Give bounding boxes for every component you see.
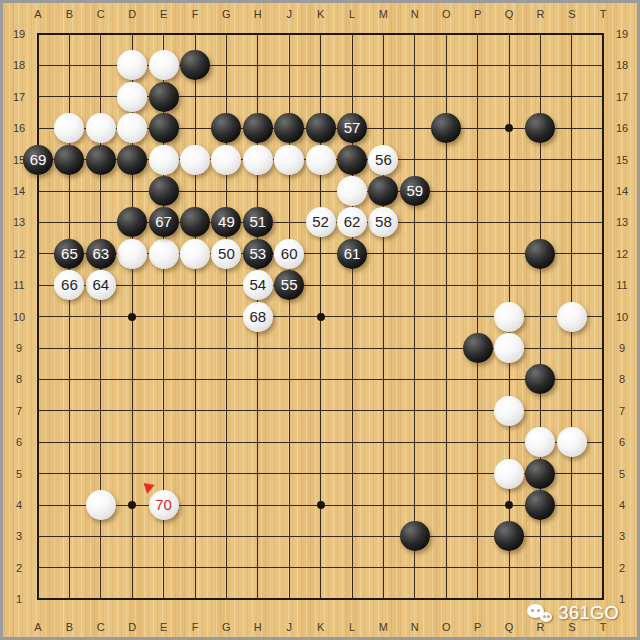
star-point-Q16 bbox=[505, 124, 513, 132]
stone-black-C12: 63 bbox=[86, 239, 116, 269]
move-number: 52 bbox=[312, 207, 329, 237]
move-number: 68 bbox=[249, 302, 266, 332]
row-label-left: 7 bbox=[16, 405, 22, 417]
move-number: 61 bbox=[344, 239, 361, 269]
stone-black-R5 bbox=[525, 459, 555, 489]
col-label-top: T bbox=[600, 8, 607, 20]
move-number: 57 bbox=[344, 113, 361, 143]
row-label-right: 8 bbox=[619, 373, 625, 385]
row-label-left: 16 bbox=[13, 122, 25, 134]
stone-white-C11: 64 bbox=[86, 270, 116, 300]
stone-black-L12: 61 bbox=[337, 239, 367, 269]
star-point-K10 bbox=[317, 313, 325, 321]
stone-black-B12: 65 bbox=[54, 239, 84, 269]
row-label-right: 17 bbox=[616, 91, 628, 103]
stone-black-K16 bbox=[306, 113, 336, 143]
stone-black-R12 bbox=[525, 239, 555, 269]
col-label-top: L bbox=[349, 8, 355, 20]
stone-white-S10 bbox=[557, 302, 587, 332]
row-label-right: 3 bbox=[619, 530, 625, 542]
col-label-bottom: H bbox=[254, 621, 262, 633]
stone-white-J12: 60 bbox=[274, 239, 304, 269]
stone-white-S6 bbox=[557, 427, 587, 457]
stone-black-L16: 57 bbox=[337, 113, 367, 143]
stone-black-E17 bbox=[149, 82, 179, 112]
col-label-top: D bbox=[128, 8, 136, 20]
stone-black-H13: 51 bbox=[243, 207, 273, 237]
row-label-left: 5 bbox=[16, 468, 22, 480]
stone-white-D17 bbox=[117, 82, 147, 112]
move-number: 54 bbox=[249, 270, 266, 300]
row-label-left: 9 bbox=[16, 342, 22, 354]
col-label-top: N bbox=[411, 8, 419, 20]
move-number: 55 bbox=[281, 270, 298, 300]
stone-black-E14 bbox=[149, 176, 179, 206]
col-label-bottom: P bbox=[474, 621, 481, 633]
col-label-top: B bbox=[66, 8, 73, 20]
row-label-right: 13 bbox=[616, 216, 628, 228]
stone-white-H10: 68 bbox=[243, 302, 273, 332]
row-label-left: 1 bbox=[16, 593, 22, 605]
row-label-left: 19 bbox=[13, 28, 25, 40]
stone-white-H11: 54 bbox=[243, 270, 273, 300]
stone-white-M15: 56 bbox=[368, 145, 398, 175]
stone-white-K13: 52 bbox=[306, 207, 336, 237]
star-point-D10 bbox=[128, 313, 136, 321]
row-label-right: 15 bbox=[616, 154, 628, 166]
stone-white-F12 bbox=[180, 239, 210, 269]
stone-white-Q7 bbox=[494, 396, 524, 426]
stone-black-A15: 69 bbox=[23, 145, 53, 175]
star-point-D4 bbox=[128, 501, 136, 509]
stone-black-C15 bbox=[86, 145, 116, 175]
col-label-top: S bbox=[568, 8, 575, 20]
stone-white-Q10 bbox=[494, 302, 524, 332]
stone-black-D15 bbox=[117, 145, 147, 175]
col-label-bottom: E bbox=[160, 621, 167, 633]
row-label-right: 9 bbox=[619, 342, 625, 354]
stone-white-F15 bbox=[180, 145, 210, 175]
row-label-right: 18 bbox=[616, 59, 628, 71]
col-label-top: R bbox=[536, 8, 544, 20]
row-label-left: 6 bbox=[16, 436, 22, 448]
row-label-left: 10 bbox=[13, 311, 25, 323]
stone-white-D12 bbox=[117, 239, 147, 269]
star-point-Q4 bbox=[505, 501, 513, 509]
col-label-top: M bbox=[379, 8, 388, 20]
col-label-top: H bbox=[254, 8, 262, 20]
stone-white-H15 bbox=[243, 145, 273, 175]
col-label-bottom: L bbox=[349, 621, 355, 633]
col-label-top: A bbox=[34, 8, 41, 20]
col-label-bottom: Q bbox=[505, 621, 514, 633]
col-label-bottom: C bbox=[97, 621, 105, 633]
col-label-top: Q bbox=[505, 8, 514, 20]
col-label-top: G bbox=[222, 8, 231, 20]
col-label-top: K bbox=[317, 8, 324, 20]
stone-black-N3 bbox=[400, 521, 430, 551]
stone-white-E15 bbox=[149, 145, 179, 175]
row-label-right: 10 bbox=[616, 311, 628, 323]
row-label-right: 11 bbox=[616, 279, 627, 291]
row-label-left: 13 bbox=[13, 216, 25, 228]
row-label-left: 11 bbox=[13, 279, 24, 291]
watermark-text: 361GO bbox=[558, 603, 619, 624]
col-label-top: O bbox=[442, 8, 451, 20]
row-label-right: 2 bbox=[619, 562, 625, 574]
row-label-left: 4 bbox=[16, 499, 22, 511]
move-number: 60 bbox=[281, 239, 298, 269]
row-label-right: 16 bbox=[616, 122, 628, 134]
col-label-bottom: D bbox=[128, 621, 136, 633]
move-number: 63 bbox=[92, 239, 109, 269]
row-label-left: 2 bbox=[16, 562, 22, 574]
row-label-left: 14 bbox=[13, 185, 25, 197]
col-label-top: F bbox=[192, 8, 199, 20]
stone-black-L15 bbox=[337, 145, 367, 175]
stone-black-H12: 53 bbox=[243, 239, 273, 269]
move-number: 49 bbox=[218, 207, 235, 237]
col-label-top: P bbox=[474, 8, 481, 20]
stone-black-H16 bbox=[243, 113, 273, 143]
col-label-bottom: N bbox=[411, 621, 419, 633]
col-label-top: C bbox=[97, 8, 105, 20]
go-diagram: AABBCCDDEEFFGGHHJJKKLLMMNNOOPPQQRRSSTT19… bbox=[0, 0, 640, 640]
col-label-bottom: M bbox=[379, 621, 388, 633]
wechat-bubble-small bbox=[540, 612, 552, 622]
move-number: 67 bbox=[155, 207, 172, 237]
watermark: 361GO bbox=[526, 601, 619, 625]
stone-white-E4: 70 bbox=[149, 490, 179, 520]
row-label-left: 17 bbox=[13, 91, 25, 103]
stone-black-E13: 67 bbox=[149, 207, 179, 237]
stone-black-B15 bbox=[54, 145, 84, 175]
stone-white-K15 bbox=[306, 145, 336, 175]
row-label-left: 8 bbox=[16, 373, 22, 385]
row-label-right: 4 bbox=[619, 499, 625, 511]
stone-black-N14: 59 bbox=[400, 176, 430, 206]
move-number: 65 bbox=[61, 239, 78, 269]
col-label-bottom: B bbox=[66, 621, 73, 633]
move-number: 64 bbox=[92, 270, 109, 300]
row-label-right: 19 bbox=[616, 28, 628, 40]
col-label-top: J bbox=[286, 8, 292, 20]
row-label-right: 12 bbox=[616, 248, 628, 260]
row-label-left: 12 bbox=[13, 248, 25, 260]
row-label-right: 7 bbox=[619, 405, 625, 417]
row-label-right: 6 bbox=[619, 436, 625, 448]
stone-white-Q9 bbox=[494, 333, 524, 363]
stone-black-E16 bbox=[149, 113, 179, 143]
row-label-left: 18 bbox=[13, 59, 25, 71]
stone-white-C16 bbox=[86, 113, 116, 143]
stone-white-E12 bbox=[149, 239, 179, 269]
row-label-right: 1 bbox=[619, 593, 625, 605]
stone-white-G12: 50 bbox=[211, 239, 241, 269]
star-point-K4 bbox=[317, 501, 325, 509]
stone-black-P9 bbox=[463, 333, 493, 363]
col-label-bottom: G bbox=[222, 621, 231, 633]
move-number: 58 bbox=[375, 207, 392, 237]
wechat-icon bbox=[526, 601, 554, 625]
move-number: 62 bbox=[344, 207, 361, 237]
col-label-bottom: O bbox=[442, 621, 451, 633]
move-number: 66 bbox=[61, 270, 78, 300]
stone-white-C4 bbox=[86, 490, 116, 520]
stone-white-L14 bbox=[337, 176, 367, 206]
move-number: 69 bbox=[30, 145, 47, 175]
move-number: 56 bbox=[375, 145, 392, 175]
col-label-bottom: A bbox=[34, 621, 41, 633]
stone-white-E18 bbox=[149, 50, 179, 80]
move-number: 70 bbox=[155, 490, 172, 520]
row-label-right: 5 bbox=[619, 468, 625, 480]
col-label-bottom: J bbox=[286, 621, 292, 633]
move-number: 53 bbox=[249, 239, 266, 269]
move-number: 50 bbox=[218, 239, 235, 269]
col-label-bottom: K bbox=[317, 621, 324, 633]
stone-white-G15 bbox=[211, 145, 241, 175]
stone-white-J15 bbox=[274, 145, 304, 175]
move-number: 51 bbox=[249, 207, 266, 237]
row-label-left: 3 bbox=[16, 530, 22, 542]
col-label-top: E bbox=[160, 8, 167, 20]
col-label-bottom: F bbox=[192, 621, 199, 633]
move-number: 59 bbox=[406, 176, 423, 206]
row-label-right: 14 bbox=[616, 185, 628, 197]
stone-white-Q5 bbox=[494, 459, 524, 489]
